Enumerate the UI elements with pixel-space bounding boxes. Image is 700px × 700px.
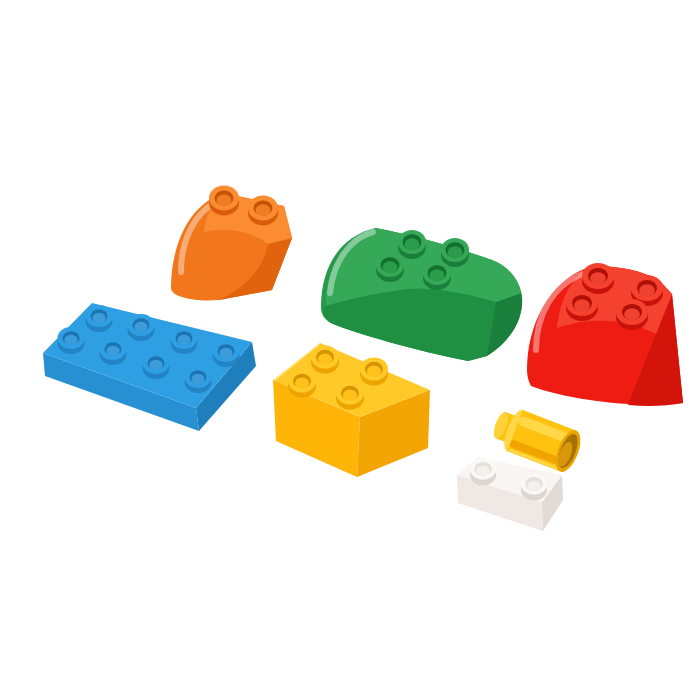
toy-blocks-photo (0, 0, 700, 700)
blocks-canvas (0, 0, 700, 700)
stud-hole-inner (64, 335, 77, 346)
stud-hole-inner (106, 346, 119, 357)
stud-hole-inner (219, 348, 232, 359)
stud-hole-inner (448, 246, 463, 258)
stud-hole-inner (639, 284, 655, 296)
stud-hole-inner (590, 272, 606, 284)
stud-hole-inner (405, 238, 420, 250)
stud-hole-inner (367, 366, 381, 377)
stud-hole-inner (134, 322, 147, 333)
stud-hole-inner (476, 466, 490, 477)
stud-hole-inner (624, 308, 640, 320)
stud-hole-inner (430, 269, 445, 281)
stud-hole-inner (318, 354, 332, 365)
stud-hole-inner (295, 378, 309, 389)
stud-hole-inner (256, 204, 271, 216)
stud-hole-inner (92, 313, 105, 324)
stud-hole-inner (527, 481, 541, 492)
stud-hole-inner (191, 374, 204, 385)
stud-hole-inner (177, 335, 190, 346)
stud-hole-inner (343, 390, 357, 401)
stud-hole-inner (383, 261, 398, 273)
stud-hole-inner (217, 194, 232, 206)
stud-hole-inner (574, 299, 590, 311)
stud-hole-inner (149, 360, 162, 371)
